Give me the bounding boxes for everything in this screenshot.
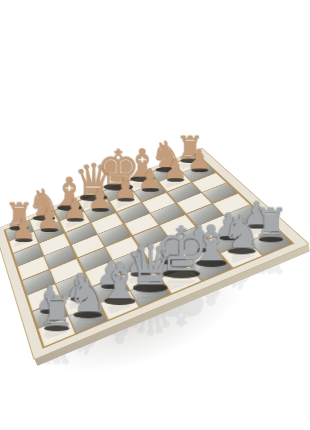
- photo-stage: ♜♞♝♛♚♝♞♜♟♟♟♟♟♟♟♟♟♟♟♟♟♟♟♟♜♞♝♛♚♝♞♜: [0, 0, 310, 430]
- scene: ♜♞♝♛♚♝♞♜♟♟♟♟♟♟♟♟♟♟♟♟♟♟♟♟♜♞♝♛♚♝♞♜: [4, 108, 260, 364]
- wood-rook-h8: ♜: [162, 132, 219, 164]
- wood-knight-g8: ♞: [138, 137, 195, 173]
- square-f1: ♝: [191, 254, 231, 280]
